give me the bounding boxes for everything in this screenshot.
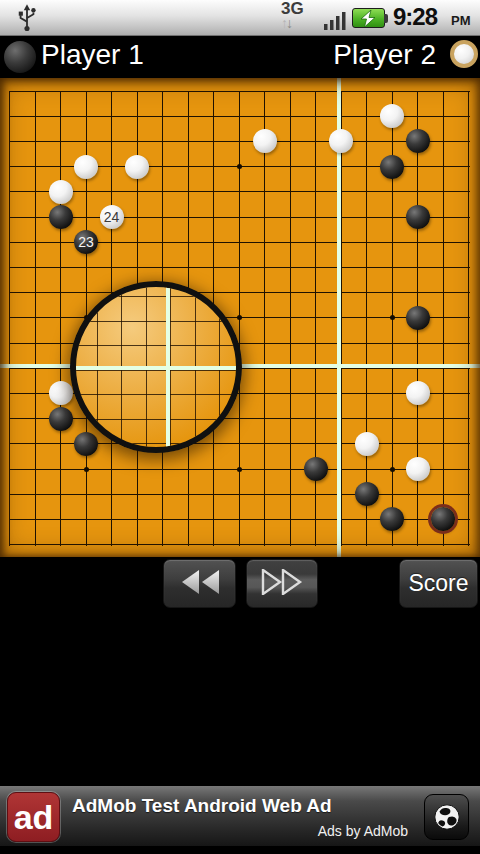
- magnifier-grid-line: [76, 419, 236, 420]
- star-point: [237, 315, 242, 320]
- last-move-black-stone: [431, 507, 455, 531]
- score-button[interactable]: Score: [399, 559, 478, 608]
- black-stone: [304, 457, 328, 481]
- black-stone: [49, 407, 73, 431]
- black-stone: [380, 507, 404, 531]
- black-stone: [49, 205, 73, 229]
- grid-line-vertical: [35, 91, 36, 546]
- battery-charging-icon: [352, 8, 385, 28]
- controls-bar: Score: [0, 557, 480, 784]
- clock-period: PM: [451, 13, 471, 28]
- white-stone: [125, 155, 149, 179]
- magnifier-crosshair-horizontal: [76, 366, 236, 370]
- white-stone: [380, 104, 404, 128]
- grid-line-vertical: [341, 91, 342, 546]
- grid-line-vertical: [264, 91, 265, 546]
- magnifier-loupe: [70, 281, 242, 453]
- white-stone: [74, 155, 98, 179]
- white-stone: [329, 129, 353, 153]
- rewind-button[interactable]: [163, 559, 236, 608]
- grid-line-horizontal: [10, 292, 470, 293]
- player2-white-stone-icon: [450, 40, 478, 68]
- status-bar: 3G ↑↓ 9:28 PM: [0, 0, 480, 36]
- black-stone: [406, 205, 430, 229]
- black-stone: 23: [74, 230, 98, 254]
- grid-line-horizontal: [10, 217, 470, 218]
- ad-title: AdMob Test Android Web Ad: [72, 795, 332, 817]
- data-traffic-arrows-icon: ↑↓: [281, 15, 291, 31]
- magnifier-grid-line: [76, 321, 236, 322]
- white-stone: [406, 381, 430, 405]
- app-screen: 3G ↑↓ 9:28 PM Player 1 Player 2 2423: [0, 0, 480, 854]
- star-point: [84, 467, 89, 472]
- fast-forward-icon: [260, 569, 304, 598]
- fast-forward-button[interactable]: [246, 559, 318, 608]
- black-stone: [355, 482, 379, 506]
- grid-line-horizontal: [10, 494, 470, 495]
- player2-label: Player 2: [333, 39, 436, 71]
- admob-logo: ad: [7, 792, 60, 842]
- grid-line-horizontal: [10, 191, 470, 192]
- player1-label: Player 1: [41, 39, 144, 71]
- star-point: [237, 467, 242, 472]
- ad-banner[interactable]: ad AdMob Test Android Web Ad Ads by AdMo…: [0, 786, 480, 846]
- grid-line-vertical: [9, 91, 10, 546]
- grid-line-vertical: [366, 91, 367, 546]
- black-stone: [406, 306, 430, 330]
- white-stone: [49, 381, 73, 405]
- grid-line-vertical: [468, 91, 469, 546]
- rewind-icon: [178, 569, 222, 598]
- grid-line-horizontal: [10, 91, 470, 92]
- magnifier-grid-line: [76, 370, 236, 371]
- globe-button[interactable]: [424, 794, 469, 840]
- magnifier-grid-line: [76, 296, 236, 297]
- grid-line-vertical: [290, 91, 291, 546]
- magnifier-grid-line: [76, 345, 236, 346]
- black-stone: [74, 432, 98, 456]
- star-point: [237, 164, 242, 169]
- white-stone: [253, 129, 277, 153]
- magnifier-grid-line: [76, 394, 236, 395]
- white-stone: [355, 432, 379, 456]
- white-stone: 24: [100, 205, 124, 229]
- grid-line-horizontal: [10, 544, 470, 545]
- white-stone: [406, 457, 430, 481]
- player-bar: Player 1 Player 2: [0, 36, 480, 78]
- star-point: [390, 315, 395, 320]
- usb-icon: [16, 4, 38, 36]
- grid-line-vertical: [443, 91, 444, 546]
- globe-icon: [432, 802, 462, 832]
- go-board[interactable]: 2423: [0, 78, 480, 557]
- white-stone: [49, 180, 73, 204]
- grid-line-horizontal: [10, 267, 470, 268]
- black-stone: [380, 155, 404, 179]
- black-stone: [406, 129, 430, 153]
- ad-subtitle: Ads by AdMob: [318, 823, 408, 839]
- clock-time: 9:28: [393, 3, 437, 31]
- player1-black-stone-icon: [4, 41, 36, 73]
- grid-line-vertical: [60, 91, 61, 546]
- signal-bars-icon: [324, 12, 346, 34]
- grid-line-horizontal: [10, 418, 470, 419]
- star-point: [390, 467, 395, 472]
- grid-line-horizontal: [10, 141, 470, 142]
